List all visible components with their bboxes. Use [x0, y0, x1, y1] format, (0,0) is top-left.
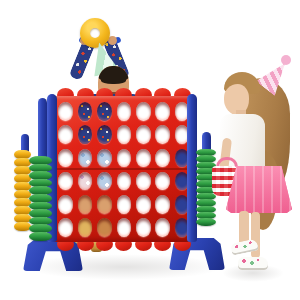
green-stack-post-left [38, 98, 47, 162]
cell-r2-c4 [114, 123, 133, 146]
empty-hole [97, 172, 112, 191]
empty-hole [58, 125, 73, 144]
cell-r3-c5 [134, 146, 153, 169]
green-ring [29, 232, 52, 241]
empty-hole [97, 125, 112, 144]
empty-hole [136, 172, 151, 191]
cell-r2-c3 [95, 123, 114, 146]
cell-r4-c6 [153, 170, 172, 193]
cell-r5-c3 [95, 193, 114, 216]
cell-r2-c1 [56, 123, 75, 146]
empty-hole [78, 125, 93, 144]
cell-r4-c3 [95, 170, 114, 193]
held-ring-hole [90, 28, 100, 38]
cell-r2-c6 [153, 123, 172, 146]
cell-r5-c4 [114, 193, 133, 216]
cell-r3-c4 [114, 146, 133, 169]
empty-hole [97, 102, 112, 121]
empty-hole [97, 195, 112, 214]
empty-hole [58, 172, 73, 191]
cell-r1-c4 [114, 100, 133, 123]
cell-r6-c2 [75, 216, 94, 239]
boy-fringe [101, 77, 126, 84]
empty-hole [117, 102, 132, 121]
girl-tutu-skirt [226, 166, 292, 213]
empty-hole [155, 195, 170, 214]
empty-hole [78, 172, 93, 191]
cell-r1-c6 [153, 100, 172, 123]
cell-r1-c5 [134, 100, 153, 123]
empty-hole [97, 149, 112, 168]
cell-r1-c2 [75, 100, 94, 123]
empty-hole [136, 195, 151, 214]
empty-hole [155, 125, 170, 144]
girl-standing-sandal [238, 257, 268, 270]
green-ring [196, 218, 216, 225]
empty-hole [58, 102, 73, 121]
cell-r5-c6 [153, 193, 172, 216]
cell-r4-c2 [75, 170, 94, 193]
empty-hole [78, 195, 93, 214]
empty-hole [58, 149, 73, 168]
empty-hole [136, 149, 151, 168]
unit-shadow [24, 254, 224, 280]
cell-r5-c2 [75, 193, 94, 216]
cell-r3-c6 [153, 146, 172, 169]
empty-hole [58, 218, 73, 237]
empty-hole [136, 102, 151, 121]
product-photo [0, 0, 300, 300]
cell-r6-c3 [95, 216, 114, 239]
cell-r1-c3 [95, 100, 114, 123]
empty-hole [136, 218, 151, 237]
empty-hole [78, 218, 93, 237]
cell-r6-c5 [134, 216, 153, 239]
hole-grid [56, 100, 192, 239]
empty-hole [117, 149, 132, 168]
cell-r3-c1 [56, 146, 75, 169]
hat-pom [281, 55, 291, 65]
empty-hole [155, 218, 170, 237]
empty-hole [155, 172, 170, 191]
cell-r1-c1 [56, 100, 75, 123]
cell-r2-c2 [75, 123, 94, 146]
empty-hole [155, 149, 170, 168]
empty-hole [117, 218, 132, 237]
ring-stack-green-left [29, 157, 52, 241]
empty-hole [117, 125, 132, 144]
empty-hole [117, 172, 132, 191]
cell-r5-c5 [134, 193, 153, 216]
empty-hole [97, 218, 112, 237]
cell-r4-c4 [114, 170, 133, 193]
cell-r2-c5 [134, 123, 153, 146]
cell-r4-c1 [56, 170, 75, 193]
cell-r6-c4 [114, 216, 133, 239]
empty-hole [78, 102, 93, 121]
empty-hole [78, 149, 93, 168]
empty-hole [155, 102, 170, 121]
cell-r6-c1 [56, 216, 75, 239]
cell-r5-c1 [56, 193, 75, 216]
empty-hole [58, 195, 73, 214]
cell-r4-c5 [134, 170, 153, 193]
cell-r6-c6 [153, 216, 172, 239]
empty-hole [136, 125, 151, 144]
cell-r3-c3 [95, 146, 114, 169]
cell-r3-c2 [75, 146, 94, 169]
empty-hole [117, 195, 132, 214]
held-yellow-ring [80, 18, 110, 48]
